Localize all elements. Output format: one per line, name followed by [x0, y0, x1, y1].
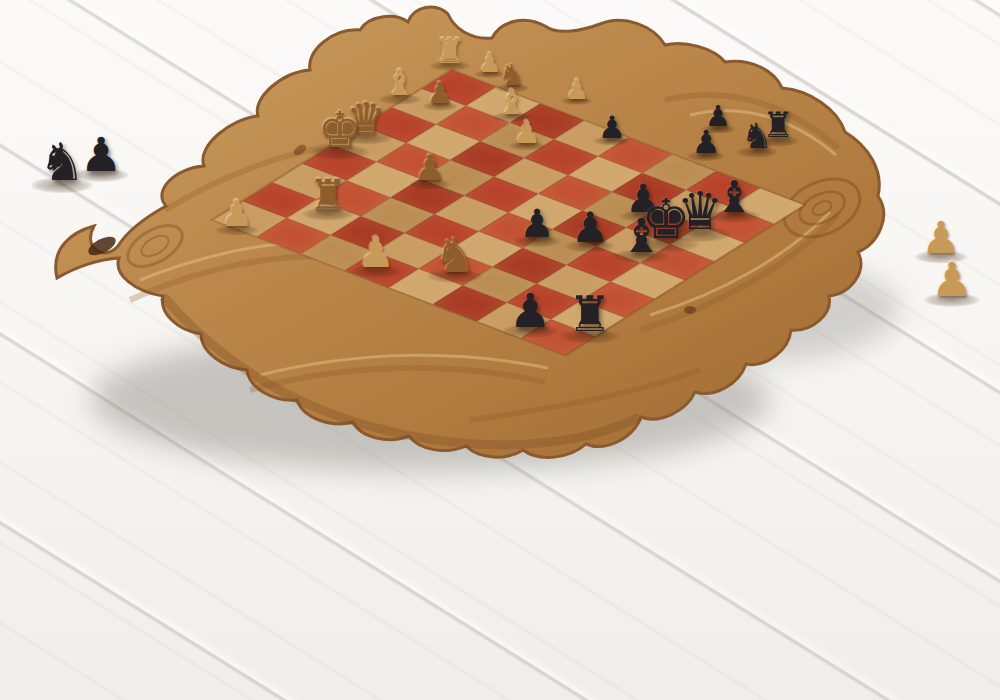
black-bishop-glyph: ♝ [620, 212, 662, 259]
black-pawn-glyph: ♟ [692, 126, 721, 158]
white-pawn-glyph: ♟ [931, 256, 973, 303]
white-king-glyph: ♚ [318, 106, 362, 155]
white-pawn-glyph: ♟ [565, 76, 589, 103]
white-pawn-glyph: ♟ [414, 151, 445, 186]
black-pawn-glyph: ♟ [520, 204, 555, 243]
white-knight-glyph: ♞ [434, 232, 476, 279]
white-pawn-glyph: ♟ [357, 232, 395, 274]
white-bishop-glyph: ♝ [384, 66, 415, 101]
white-rook-glyph: ♜ [309, 174, 348, 217]
black-knight-glyph: ♞ [741, 119, 772, 154]
white-pawn-glyph: ♟ [427, 79, 453, 108]
black-pawn-glyph: ♟ [571, 207, 609, 249]
black-rook-glyph: ♜ [568, 290, 612, 339]
black-pawn-glyph: ♟ [509, 287, 551, 334]
white-pawn-glyph: ♟ [221, 196, 253, 232]
white-pawn-glyph: ♟ [513, 117, 541, 148]
black-knight-glyph: ♞ [39, 136, 86, 188]
pieces-layer: ♜♟♞♝♟♟♝♟♛♟♜♟♚♞♟♟♟♞♜♝♟♟♛♟♚♟♝♟♟♞♟♟♜ [0, 0, 1000, 700]
black-pawn-glyph: ♟ [598, 112, 626, 143]
white-rook-glyph: ♜ [435, 34, 465, 68]
black-pawn-glyph: ♟ [80, 131, 122, 178]
scene: ♜♟♞♝♟♟♝♟♛♟♜♟♚♞♟♟♟♞♜♝♟♟♛♟♚♟♝♟♟♞♟♟♜ [0, 0, 1000, 700]
